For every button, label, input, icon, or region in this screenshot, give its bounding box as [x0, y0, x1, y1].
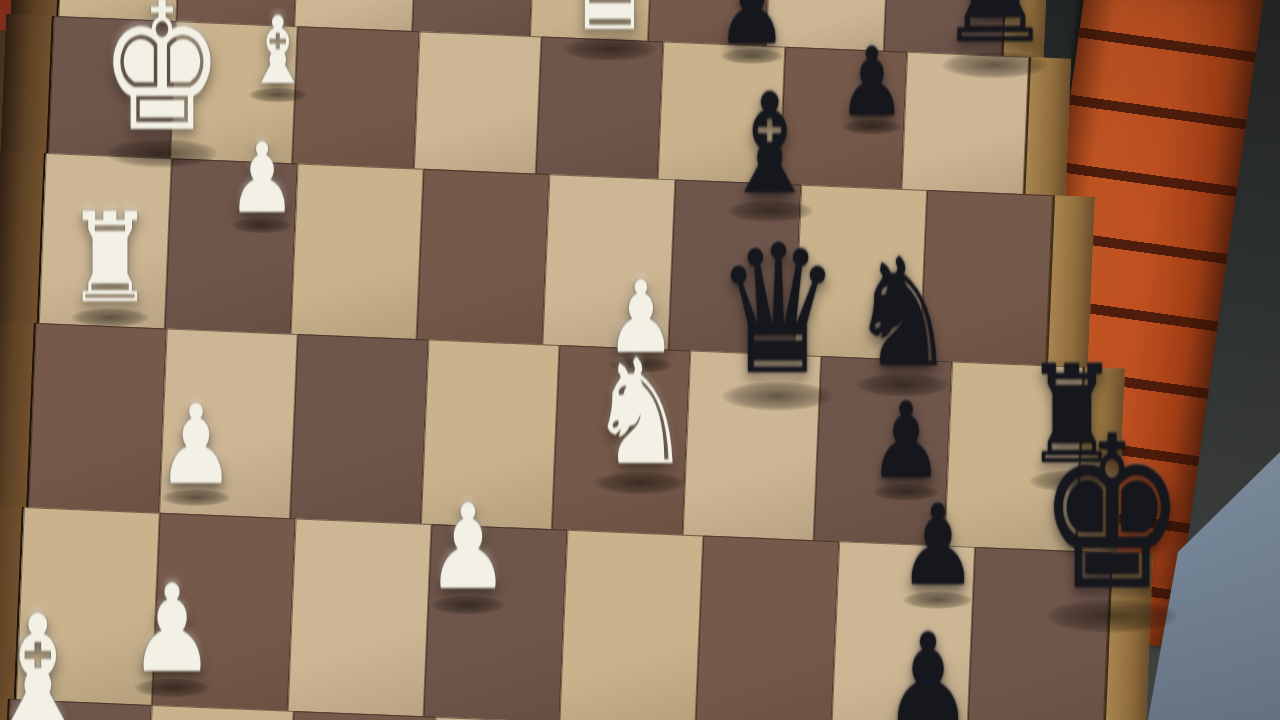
piece-black-bishop-g6[interactable]: ♝ [722, 76, 819, 214]
square-g3[interactable] [292, 26, 420, 172]
piece-white-king-f1[interactable]: ♚ [100, 0, 225, 157]
piece-white-pawn-f2[interactable]: ♟ [228, 130, 296, 227]
piece-black-king-d8[interactable]: ♚ [1038, 409, 1186, 620]
piece-white-bishop-c1[interactable]: ♝ [0, 595, 90, 720]
piece-white-pawn-d2[interactable]: ♟ [157, 390, 234, 500]
piece-white-pawn-d4[interactable]: ♟ [427, 489, 509, 607]
piece-black-pawn-c7[interactable]: ♟ [883, 617, 973, 720]
square-f4[interactable] [416, 169, 549, 348]
piece-white-queen-h5[interactable]: ♛ [558, 0, 663, 52]
chess-photo-scene: ♛♟♜♝♟♚♝♟♜♟♞♛♜♞♟♟♟♟♚♟♟♝ [0, 0, 1280, 720]
piece-black-pawn-g7[interactable]: ♟ [839, 34, 905, 129]
piece-white-knight-e5[interactable]: ♞ [589, 340, 691, 486]
piece-black-pawn-e7[interactable]: ♟ [869, 389, 943, 494]
wood-frame-left [0, 14, 54, 157]
square-d3[interactable] [288, 518, 432, 720]
piece-white-bishop-g2[interactable]: ♝ [245, 4, 310, 97]
square-g4[interactable] [414, 31, 542, 177]
square-d6[interactable] [695, 535, 839, 720]
piece-white-pawn-c2[interactable]: ♟ [129, 568, 214, 690]
piece-white-rook-e1[interactable]: ♜ [67, 196, 154, 320]
piece-black-rook-h8[interactable]: ♜ [935, 0, 1054, 68]
square-f3[interactable] [290, 164, 423, 343]
piece-black-knight-f7[interactable]: ♞ [851, 238, 956, 388]
piece-black-queen-f6[interactable]: ♛ [716, 222, 841, 400]
piece-black-pawn-d7[interactable]: ♟ [899, 491, 977, 602]
square-e1[interactable] [28, 323, 167, 516]
piece-black-pawn-h6[interactable]: ♟ [717, 0, 787, 58]
square-d5[interactable] [559, 530, 703, 720]
square-e3[interactable] [290, 334, 429, 527]
